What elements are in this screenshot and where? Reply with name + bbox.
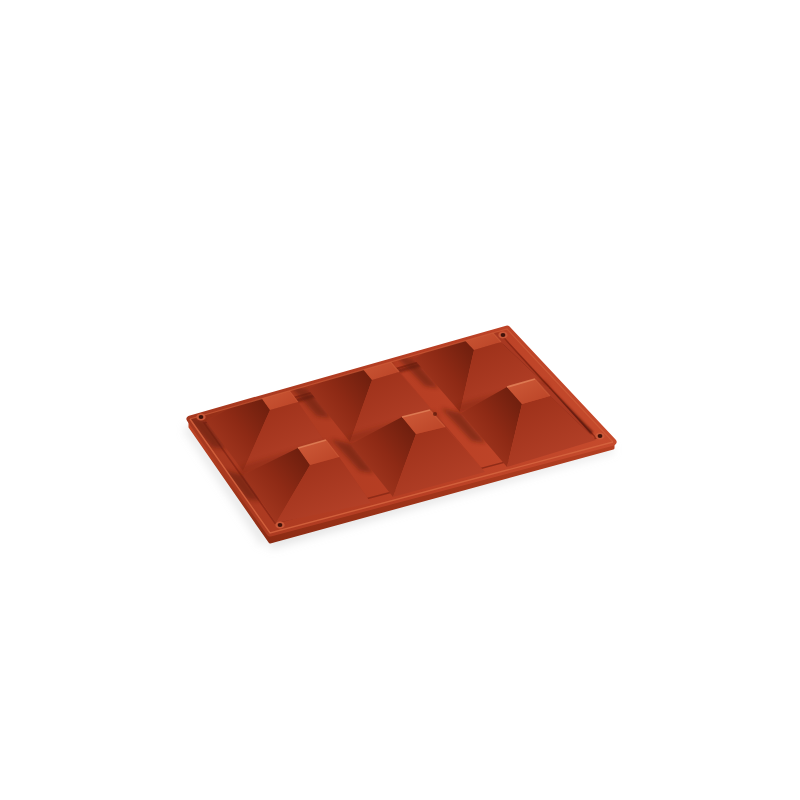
corner-hole — [595, 432, 604, 439]
corner-hole — [196, 413, 205, 420]
product-photo-canvas — [0, 0, 800, 800]
vent-dimple — [433, 412, 437, 416]
corner-hole — [275, 521, 284, 528]
corner-hole — [498, 331, 507, 338]
product-image — [0, 0, 800, 800]
